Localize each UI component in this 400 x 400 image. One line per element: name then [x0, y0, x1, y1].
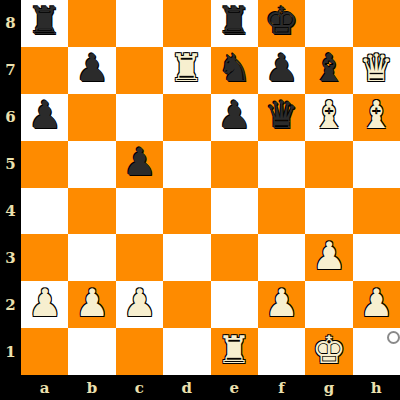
square-f8[interactable]: ♚ — [258, 0, 305, 47]
file-label-b: b — [68, 375, 115, 400]
chess-board: ♜♜♚♟♜♞♟♝♛♟♟♛♝♝♟♟♟♟♟♟♟♜♚ — [21, 0, 400, 375]
square-c3[interactable] — [116, 234, 163, 281]
square-g4[interactable] — [305, 188, 352, 235]
square-b4[interactable] — [68, 188, 115, 235]
black-rook-icon: ♜ — [217, 2, 251, 40]
rank-label-7: 7 — [0, 47, 21, 94]
square-f7[interactable]: ♟ — [258, 47, 305, 94]
square-e3[interactable] — [211, 234, 258, 281]
square-e8[interactable]: ♜ — [211, 0, 258, 47]
file-label-d: d — [163, 375, 210, 400]
square-h8[interactable] — [353, 0, 400, 47]
square-h2[interactable]: ♟ — [353, 281, 400, 328]
square-g5[interactable] — [305, 141, 352, 188]
square-d2[interactable] — [163, 281, 210, 328]
black-pawn-icon: ♟ — [265, 49, 299, 87]
white-pawn-icon: ♟ — [75, 284, 109, 322]
rank-labels: 87654321 — [0, 0, 21, 375]
white-king-icon: ♚ — [312, 331, 346, 369]
black-bishop-icon: ♝ — [312, 49, 346, 87]
square-b7[interactable]: ♟ — [68, 47, 115, 94]
file-labels: abcdefgh — [21, 375, 400, 400]
white-pawn-icon: ♟ — [312, 237, 346, 275]
square-b3[interactable] — [68, 234, 115, 281]
square-f4[interactable] — [258, 188, 305, 235]
file-label-h: h — [353, 375, 400, 400]
white-queen-icon: ♛ — [359, 49, 393, 87]
square-a5[interactable] — [21, 141, 68, 188]
rank-label-6: 6 — [0, 94, 21, 141]
white-pawn-icon: ♟ — [265, 284, 299, 322]
square-g7[interactable]: ♝ — [305, 47, 352, 94]
square-e1[interactable]: ♜ — [211, 328, 258, 375]
square-e2[interactable] — [211, 281, 258, 328]
file-label-a: a — [21, 375, 68, 400]
square-g1[interactable]: ♚ — [305, 328, 352, 375]
black-queen-icon: ♛ — [265, 96, 299, 134]
square-g3[interactable]: ♟ — [305, 234, 352, 281]
square-d6[interactable] — [163, 94, 210, 141]
square-b6[interactable] — [68, 94, 115, 141]
square-a2[interactable]: ♟ — [21, 281, 68, 328]
square-b2[interactable]: ♟ — [68, 281, 115, 328]
rank-label-8: 8 — [0, 0, 21, 47]
square-d7[interactable]: ♜ — [163, 47, 210, 94]
square-f2[interactable]: ♟ — [258, 281, 305, 328]
square-a8[interactable]: ♜ — [21, 0, 68, 47]
square-c4[interactable] — [116, 188, 163, 235]
square-d1[interactable] — [163, 328, 210, 375]
square-c5[interactable]: ♟ — [116, 141, 163, 188]
white-bishop-icon: ♝ — [359, 96, 393, 134]
square-d8[interactable] — [163, 0, 210, 47]
square-c7[interactable] — [116, 47, 163, 94]
black-knight-icon: ♞ — [217, 49, 251, 87]
square-d4[interactable] — [163, 188, 210, 235]
square-g2[interactable] — [305, 281, 352, 328]
square-e6[interactable]: ♟ — [211, 94, 258, 141]
square-g6[interactable]: ♝ — [305, 94, 352, 141]
rank-label-1: 1 — [0, 328, 21, 375]
rank-label-4: 4 — [0, 188, 21, 235]
white-rook-icon: ♜ — [170, 49, 204, 87]
square-h4[interactable] — [353, 188, 400, 235]
square-b8[interactable] — [68, 0, 115, 47]
square-d5[interactable] — [163, 141, 210, 188]
square-c2[interactable]: ♟ — [116, 281, 163, 328]
file-label-f: f — [258, 375, 305, 400]
square-f5[interactable] — [258, 141, 305, 188]
square-a7[interactable] — [21, 47, 68, 94]
file-label-g: g — [305, 375, 352, 400]
white-pawn-icon: ♟ — [122, 284, 156, 322]
square-f1[interactable] — [258, 328, 305, 375]
square-e4[interactable] — [211, 188, 258, 235]
square-a1[interactable] — [21, 328, 68, 375]
square-c1[interactable] — [116, 328, 163, 375]
square-d3[interactable] — [163, 234, 210, 281]
white-pawn-icon: ♟ — [28, 284, 62, 322]
square-a3[interactable] — [21, 234, 68, 281]
white-bishop-icon: ♝ — [312, 96, 346, 134]
white-to-move-indicator — [387, 331, 400, 344]
black-pawn-icon: ♟ — [217, 96, 251, 134]
square-g8[interactable] — [305, 0, 352, 47]
black-rook-icon: ♜ — [28, 2, 62, 40]
square-e5[interactable] — [211, 141, 258, 188]
square-h6[interactable]: ♝ — [353, 94, 400, 141]
rank-label-5: 5 — [0, 141, 21, 188]
square-h7[interactable]: ♛ — [353, 47, 400, 94]
rank-label-2: 2 — [0, 281, 21, 328]
square-a4[interactable] — [21, 188, 68, 235]
square-a6[interactable]: ♟ — [21, 94, 68, 141]
square-c8[interactable] — [116, 0, 163, 47]
black-pawn-icon: ♟ — [122, 143, 156, 181]
white-pawn-icon: ♟ — [359, 284, 393, 322]
file-label-e: e — [211, 375, 258, 400]
square-f3[interactable] — [258, 234, 305, 281]
square-b5[interactable] — [68, 141, 115, 188]
black-king-icon: ♚ — [265, 2, 299, 40]
square-h3[interactable] — [353, 234, 400, 281]
square-f6[interactable]: ♛ — [258, 94, 305, 141]
square-b1[interactable] — [68, 328, 115, 375]
square-e7[interactable]: ♞ — [211, 47, 258, 94]
file-label-c: c — [116, 375, 163, 400]
board-frame: ♜♜♚♟♜♞♟♝♛♟♟♛♝♝♟♟♟♟♟♟♟♜♚ 87654321 abcdefg… — [0, 0, 400, 400]
black-pawn-icon: ♟ — [75, 49, 109, 87]
square-h5[interactable] — [353, 141, 400, 188]
white-rook-icon: ♜ — [217, 331, 251, 369]
black-pawn-icon: ♟ — [28, 96, 62, 134]
square-c6[interactable] — [116, 94, 163, 141]
rank-label-3: 3 — [0, 234, 21, 281]
